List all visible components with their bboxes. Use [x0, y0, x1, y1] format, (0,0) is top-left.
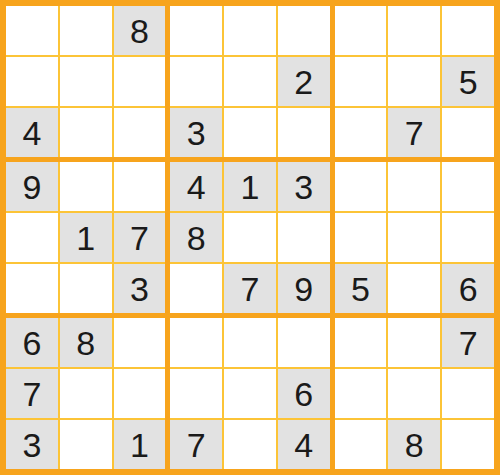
sudoku-cell-r1c3: 8 — [114, 6, 166, 55]
sudoku-cell-r2c2[interactable] — [60, 57, 112, 106]
sudoku-cell-r9c9[interactable] — [442, 420, 494, 469]
sudoku-cell-r1c8[interactable] — [388, 6, 440, 55]
sudoku-cell-r4c6: 3 — [278, 162, 330, 211]
sudoku-cell-r4c5: 1 — [224, 162, 276, 211]
sudoku-box-7: 674 — [170, 318, 329, 469]
sudoku-cell-r6c2[interactable] — [60, 264, 112, 313]
sudoku-cell-r9c3: 1 — [114, 420, 166, 469]
sudoku-box-4: 413879 — [170, 162, 329, 313]
sudoku-cell-r6c5: 7 — [224, 264, 276, 313]
sudoku-cell-r2c6: 2 — [278, 57, 330, 106]
sudoku-cell-r3c4: 3 — [170, 108, 222, 157]
sudoku-cell-r4c9[interactable] — [442, 162, 494, 211]
sudoku-cell-r8c5[interactable] — [224, 369, 276, 418]
sudoku-cell-r9c2[interactable] — [60, 420, 112, 469]
sudoku-cell-r5c9[interactable] — [442, 213, 494, 262]
sudoku-cell-r9c7[interactable] — [335, 420, 387, 469]
sudoku-cell-r8c2[interactable] — [60, 369, 112, 418]
sudoku-cell-r4c3[interactable] — [114, 162, 166, 211]
sudoku-cell-r5c5[interactable] — [224, 213, 276, 262]
sudoku-cell-r5c6[interactable] — [278, 213, 330, 262]
sudoku-cell-r5c4: 8 — [170, 213, 222, 262]
sudoku-cell-r5c1[interactable] — [6, 213, 58, 262]
sudoku-box-5: 56 — [335, 162, 494, 313]
sudoku-cell-r7c6[interactable] — [278, 318, 330, 367]
sudoku-cell-r7c2: 8 — [60, 318, 112, 367]
sudoku-cell-r8c1: 7 — [6, 369, 58, 418]
sudoku-cell-r6c1[interactable] — [6, 264, 58, 313]
sudoku-cell-r2c1[interactable] — [6, 57, 58, 106]
sudoku-cell-r4c1: 9 — [6, 162, 58, 211]
sudoku-cell-r1c7[interactable] — [335, 6, 387, 55]
sudoku-cell-r8c9[interactable] — [442, 369, 494, 418]
sudoku-cell-r6c8[interactable] — [388, 264, 440, 313]
sudoku-cell-r7c3[interactable] — [114, 318, 166, 367]
sudoku-cell-r1c5[interactable] — [224, 6, 276, 55]
sudoku-cell-r8c6: 6 — [278, 369, 330, 418]
sudoku-cell-r3c3[interactable] — [114, 108, 166, 157]
sudoku-cell-r6c3: 3 — [114, 264, 166, 313]
sudoku-cell-r9c1: 3 — [6, 420, 58, 469]
sudoku-cell-r2c8[interactable] — [388, 57, 440, 106]
sudoku-cell-r2c5[interactable] — [224, 57, 276, 106]
sudoku-cell-r7c8[interactable] — [388, 318, 440, 367]
sudoku-cell-r4c8[interactable] — [388, 162, 440, 211]
sudoku-cell-r1c9[interactable] — [442, 6, 494, 55]
sudoku-box-8: 78 — [335, 318, 494, 469]
sudoku-cell-r1c1[interactable] — [6, 6, 58, 55]
sudoku-cell-r5c3: 7 — [114, 213, 166, 262]
sudoku-cell-r7c7[interactable] — [335, 318, 387, 367]
sudoku-cell-r2c9: 5 — [442, 57, 494, 106]
sudoku-box-0: 84 — [6, 6, 165, 157]
sudoku-box-3: 9173 — [6, 162, 165, 313]
sudoku-cell-r9c5[interactable] — [224, 420, 276, 469]
sudoku-box-6: 68731 — [6, 318, 165, 469]
sudoku-cell-r7c4[interactable] — [170, 318, 222, 367]
sudoku-cell-r2c3[interactable] — [114, 57, 166, 106]
sudoku-cell-r3c7[interactable] — [335, 108, 387, 157]
sudoku-cell-r3c8: 7 — [388, 108, 440, 157]
sudoku-cell-r1c6[interactable] — [278, 6, 330, 55]
sudoku-cell-r7c1: 6 — [6, 318, 58, 367]
sudoku-cell-r2c4[interactable] — [170, 57, 222, 106]
sudoku-cell-r8c7[interactable] — [335, 369, 387, 418]
sudoku-cell-r6c4[interactable] — [170, 264, 222, 313]
sudoku-cell-r6c6: 9 — [278, 264, 330, 313]
sudoku-box-1: 23 — [170, 6, 329, 157]
sudoku-cell-r3c6[interactable] — [278, 108, 330, 157]
sudoku-cell-r7c5[interactable] — [224, 318, 276, 367]
sudoku-cell-r6c9: 6 — [442, 264, 494, 313]
sudoku-cell-r5c8[interactable] — [388, 213, 440, 262]
sudoku-cell-r5c7[interactable] — [335, 213, 387, 262]
sudoku-cell-r3c1: 4 — [6, 108, 58, 157]
sudoku-cell-r8c8[interactable] — [388, 369, 440, 418]
sudoku-cell-r1c4[interactable] — [170, 6, 222, 55]
sudoku-cell-r6c7: 5 — [335, 264, 387, 313]
sudoku-cell-r3c5[interactable] — [224, 108, 276, 157]
sudoku-cell-r2c7[interactable] — [335, 57, 387, 106]
sudoku-box-2: 57 — [335, 6, 494, 157]
sudoku-cell-r3c9[interactable] — [442, 108, 494, 157]
sudoku-cell-r5c2: 1 — [60, 213, 112, 262]
sudoku-cell-r4c7[interactable] — [335, 162, 387, 211]
sudoku-cell-r1c2[interactable] — [60, 6, 112, 55]
sudoku-board: 8423579173413879566873167478 — [0, 0, 500, 475]
sudoku-cell-r9c4: 7 — [170, 420, 222, 469]
sudoku-cell-r4c2[interactable] — [60, 162, 112, 211]
sudoku-cell-r7c9: 7 — [442, 318, 494, 367]
sudoku-cell-r9c8: 8 — [388, 420, 440, 469]
sudoku-cell-r8c4[interactable] — [170, 369, 222, 418]
sudoku-cell-r9c6: 4 — [278, 420, 330, 469]
sudoku-cell-r8c3[interactable] — [114, 369, 166, 418]
sudoku-cell-r4c4: 4 — [170, 162, 222, 211]
sudoku-cell-r3c2[interactable] — [60, 108, 112, 157]
